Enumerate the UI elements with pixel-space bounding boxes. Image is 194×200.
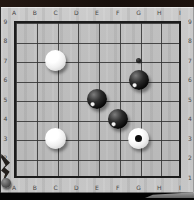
black-stone-F4 [108, 109, 128, 129]
loose-stone-bottom-left [1, 178, 11, 188]
right-row-label-9: 9 [186, 18, 194, 25]
white-stone-C7 [45, 50, 66, 71]
left-row-label-9: 9 [2, 18, 10, 25]
top-column-label-B: B [31, 9, 39, 16]
right-row-label-2: 2 [186, 154, 194, 161]
white-stone-C3 [45, 128, 66, 149]
top-column-label-D: D [72, 9, 80, 16]
right-row-label-7: 7 [186, 57, 194, 64]
bottom-column-label-C: C [52, 184, 60, 191]
right-row-label-3: 3 [186, 135, 194, 142]
left-row-label-3: 3 [2, 135, 10, 142]
right-row-label-6: 6 [186, 76, 194, 83]
left-row-label-5: 5 [2, 96, 10, 103]
top-column-label-E: E [93, 9, 101, 16]
right-row-label-1: 1 [186, 174, 194, 181]
top-column-label-A: A [10, 9, 18, 16]
top-column-label-F: F [114, 9, 122, 16]
bottom-column-label-D: D [72, 184, 80, 191]
top-column-label-H: H [155, 9, 163, 16]
left-row-label-2: 2 [2, 154, 10, 161]
star-point-G7 [136, 58, 141, 63]
right-row-label-4: 4 [186, 115, 194, 122]
top-column-label-I: I [176, 9, 184, 16]
left-row-label-7: 7 [2, 57, 10, 64]
left-row-label-8: 8 [2, 37, 10, 44]
black-stone-G6 [129, 70, 149, 90]
bottom-column-label-E: E [93, 184, 101, 191]
bottom-column-label-A: A [10, 184, 18, 191]
left-row-label-4: 4 [2, 115, 10, 122]
top-column-label-G: G [135, 9, 143, 16]
bottom-column-label-B: B [31, 184, 39, 191]
bottom-column-label-F: F [114, 184, 122, 191]
right-row-label-8: 8 [186, 37, 194, 44]
white-stone-G3 [128, 128, 149, 149]
bottom-column-label-I: I [176, 184, 184, 191]
left-row-label-6: 6 [2, 76, 10, 83]
right-row-label-5: 5 [186, 96, 194, 103]
top-column-label-C: C [52, 9, 60, 16]
top-dark-bar [0, 0, 194, 7]
bottom-column-label-G: G [135, 184, 143, 191]
go-app-screen: AABBCCDDEEFFGGHHII998877665544332211 [0, 0, 194, 200]
bottom-column-label-H: H [155, 184, 163, 191]
last-move-marker [135, 135, 142, 142]
